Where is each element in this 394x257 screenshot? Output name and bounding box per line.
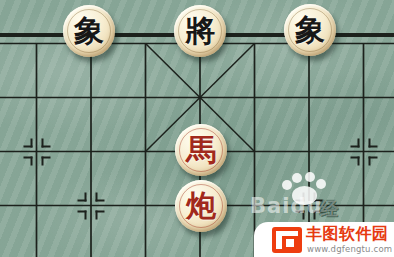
cannon-point-right <box>350 138 377 165</box>
xiangqi-screenshot: 象將象馬炮 Baidu 经验 丰图软件园 www.dgfengtu.com <box>0 0 394 257</box>
piece-red-horse[interactable]: 馬 <box>175 124 227 176</box>
cannon-point-left <box>23 138 50 165</box>
piece-red-cannon[interactable]: 炮 <box>175 180 227 232</box>
fengtu-site-url: www.dgfengtu.com <box>307 244 392 254</box>
piece-black-elephant-right[interactable]: 象 <box>284 4 336 56</box>
piece-black-elephant-left[interactable]: 象 <box>63 5 115 57</box>
fengtu-site-name: 丰图软件园 <box>306 224 392 243</box>
piece-glyph: 炮 <box>186 191 216 221</box>
piece-glyph: 馬 <box>186 135 216 165</box>
piece-glyph: 象 <box>295 15 325 45</box>
piece-black-general[interactable]: 將 <box>174 5 226 57</box>
piece-glyph: 象 <box>74 16 104 46</box>
soldier-point-right <box>296 192 323 219</box>
fengtu-badge: 丰图软件园 www.dgfengtu.com <box>254 222 394 257</box>
soldier-point-left <box>78 192 105 219</box>
fengtu-logo-icon <box>272 227 302 253</box>
piece-glyph: 將 <box>185 16 215 46</box>
